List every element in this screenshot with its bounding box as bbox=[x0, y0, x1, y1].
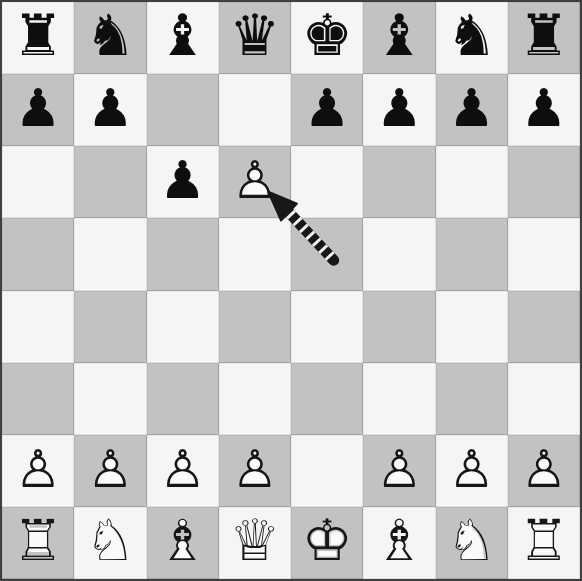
piece-white-knight: ♞♘ bbox=[436, 507, 508, 579]
square-h4[interactable] bbox=[508, 291, 580, 363]
square-h1[interactable]: ♜♖ bbox=[508, 507, 580, 579]
piece-white-pawn: ♟♙ bbox=[363, 435, 435, 507]
square-f2[interactable]: ♟♙ bbox=[363, 435, 435, 507]
square-c6[interactable]: ♟ bbox=[147, 146, 219, 218]
piece-black-rook: ♜ bbox=[508, 2, 580, 74]
square-g6[interactable] bbox=[436, 146, 508, 218]
piece-white-pawn: ♟♙ bbox=[147, 435, 219, 507]
square-d7[interactable] bbox=[219, 74, 291, 146]
square-a8[interactable]: ♜ bbox=[2, 2, 74, 74]
square-b6[interactable] bbox=[74, 146, 146, 218]
piece-black-king: ♚ bbox=[291, 2, 363, 74]
piece-black-pawn: ♟ bbox=[2, 74, 74, 146]
piece-black-rook: ♜ bbox=[2, 2, 74, 74]
square-b8[interactable]: ♞ bbox=[74, 2, 146, 74]
square-g2[interactable]: ♟♙ bbox=[436, 435, 508, 507]
piece-black-pawn: ♟ bbox=[147, 146, 219, 218]
piece-black-bishop: ♝ bbox=[147, 2, 219, 74]
chess-board: ♜♞♝♛♚♝♞♜♟♟♟♟♟♟♟♟♙♟♙♟♙♟♙♟♙♟♙♟♙♟♙♜♖♞♘♝♗♛♕♚… bbox=[2, 2, 580, 579]
piece-black-knight: ♞ bbox=[436, 2, 508, 74]
square-f6[interactable] bbox=[363, 146, 435, 218]
square-f4[interactable] bbox=[363, 291, 435, 363]
square-b7[interactable]: ♟ bbox=[74, 74, 146, 146]
square-c3[interactable] bbox=[147, 363, 219, 435]
piece-white-bishop: ♝♗ bbox=[147, 507, 219, 579]
piece-black-queen: ♛ bbox=[219, 2, 291, 74]
square-e8[interactable]: ♚ bbox=[291, 2, 363, 74]
square-d2[interactable]: ♟♙ bbox=[219, 435, 291, 507]
square-e7[interactable]: ♟ bbox=[291, 74, 363, 146]
piece-white-pawn: ♟♙ bbox=[436, 435, 508, 507]
square-g5[interactable] bbox=[436, 218, 508, 290]
square-h8[interactable]: ♜ bbox=[508, 2, 580, 74]
square-h3[interactable] bbox=[508, 363, 580, 435]
square-d1[interactable]: ♛♕ bbox=[219, 507, 291, 579]
square-d3[interactable] bbox=[219, 363, 291, 435]
piece-white-knight: ♞♘ bbox=[74, 507, 146, 579]
square-c2[interactable]: ♟♙ bbox=[147, 435, 219, 507]
piece-white-pawn: ♟♙ bbox=[2, 435, 74, 507]
square-d5[interactable] bbox=[219, 218, 291, 290]
square-a3[interactable] bbox=[2, 363, 74, 435]
square-a6[interactable] bbox=[2, 146, 74, 218]
piece-white-queen: ♛♕ bbox=[219, 507, 291, 579]
square-g7[interactable]: ♟ bbox=[436, 74, 508, 146]
square-c4[interactable] bbox=[147, 291, 219, 363]
square-g3[interactable] bbox=[436, 363, 508, 435]
piece-white-bishop: ♝♗ bbox=[363, 507, 435, 579]
piece-white-rook: ♜♖ bbox=[2, 507, 74, 579]
square-c8[interactable]: ♝ bbox=[147, 2, 219, 74]
square-h7[interactable]: ♟ bbox=[508, 74, 580, 146]
square-g8[interactable]: ♞ bbox=[436, 2, 508, 74]
chess-board-container: ♜♞♝♛♚♝♞♜♟♟♟♟♟♟♟♟♙♟♙♟♙♟♙♟♙♟♙♟♙♟♙♜♖♞♘♝♗♛♕♚… bbox=[0, 0, 582, 581]
square-e1[interactable]: ♚♔ bbox=[291, 507, 363, 579]
piece-white-pawn: ♟♙ bbox=[219, 146, 291, 218]
square-c7[interactable] bbox=[147, 74, 219, 146]
square-f1[interactable]: ♝♗ bbox=[363, 507, 435, 579]
piece-white-pawn: ♟♙ bbox=[219, 435, 291, 507]
square-d8[interactable]: ♛ bbox=[219, 2, 291, 74]
square-h5[interactable] bbox=[508, 218, 580, 290]
piece-black-pawn: ♟ bbox=[508, 74, 580, 146]
square-f7[interactable]: ♟ bbox=[363, 74, 435, 146]
piece-white-pawn: ♟♙ bbox=[74, 435, 146, 507]
square-b5[interactable] bbox=[74, 218, 146, 290]
square-b4[interactable] bbox=[74, 291, 146, 363]
square-f5[interactable] bbox=[363, 218, 435, 290]
square-c5[interactable] bbox=[147, 218, 219, 290]
square-e4[interactable] bbox=[291, 291, 363, 363]
square-e6[interactable] bbox=[291, 146, 363, 218]
piece-black-knight: ♞ bbox=[74, 2, 146, 74]
square-b1[interactable]: ♞♘ bbox=[74, 507, 146, 579]
square-a5[interactable] bbox=[2, 218, 74, 290]
square-e2[interactable] bbox=[291, 435, 363, 507]
square-e3[interactable] bbox=[291, 363, 363, 435]
square-g1[interactable]: ♞♘ bbox=[436, 507, 508, 579]
square-h2[interactable]: ♟♙ bbox=[508, 435, 580, 507]
square-c1[interactable]: ♝♗ bbox=[147, 507, 219, 579]
piece-black-pawn: ♟ bbox=[436, 74, 508, 146]
square-f3[interactable] bbox=[363, 363, 435, 435]
square-d4[interactable] bbox=[219, 291, 291, 363]
square-e5[interactable] bbox=[291, 218, 363, 290]
square-d6[interactable]: ♟♙ bbox=[219, 146, 291, 218]
square-f8[interactable]: ♝ bbox=[363, 2, 435, 74]
piece-white-pawn: ♟♙ bbox=[508, 435, 580, 507]
square-a1[interactable]: ♜♖ bbox=[2, 507, 74, 579]
square-g4[interactable] bbox=[436, 291, 508, 363]
piece-black-pawn: ♟ bbox=[74, 74, 146, 146]
piece-black-pawn: ♟ bbox=[363, 74, 435, 146]
square-b2[interactable]: ♟♙ bbox=[74, 435, 146, 507]
piece-black-pawn: ♟ bbox=[291, 74, 363, 146]
piece-white-rook: ♜♖ bbox=[508, 507, 580, 579]
square-a2[interactable]: ♟♙ bbox=[2, 435, 74, 507]
square-a7[interactable]: ♟ bbox=[2, 74, 74, 146]
piece-black-bishop: ♝ bbox=[363, 2, 435, 74]
square-b3[interactable] bbox=[74, 363, 146, 435]
piece-white-king: ♚♔ bbox=[291, 507, 363, 579]
square-h6[interactable] bbox=[508, 146, 580, 218]
square-a4[interactable] bbox=[2, 291, 74, 363]
